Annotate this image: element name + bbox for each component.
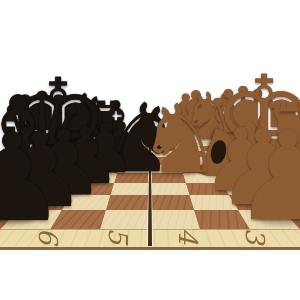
rank-label-4: 4 <box>175 223 201 249</box>
board-square[interactable] <box>150 195 194 210</box>
chess-photo-stage: 6543 ♝♛♚♞♜♝♟♟♟♟♟♟♞♞♟♟♞♝♛♚♜♟♟♟♟♟ <box>0 0 300 300</box>
brown-pawn-glyph: ♟ <box>226 114 300 238</box>
rank-label-5: 5 <box>105 223 131 249</box>
black-pawn-1[interactable]: ♟ <box>0 117 73 239</box>
black-pawn-glyph: ♟ <box>0 117 73 239</box>
brown-pawn-4[interactable]: ♟ <box>226 114 300 238</box>
